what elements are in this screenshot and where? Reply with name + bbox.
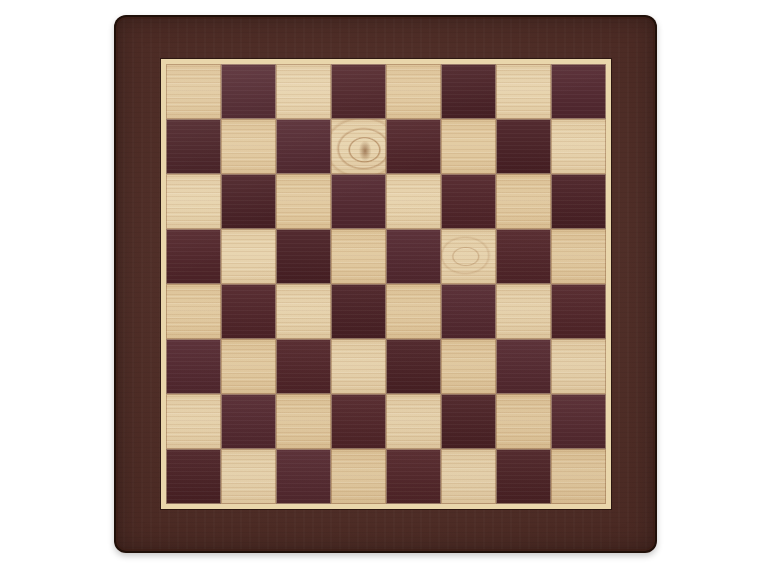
square-a4 — [166, 284, 221, 339]
square-h8 — [551, 64, 606, 119]
square-e7 — [386, 119, 441, 174]
square-e1 — [386, 449, 441, 504]
square-b8 — [221, 64, 276, 119]
square-g1 — [496, 449, 551, 504]
square-b1 — [221, 449, 276, 504]
product-photo-background — [0, 0, 772, 579]
square-b5 — [221, 229, 276, 284]
square-h3 — [551, 339, 606, 394]
square-h7 — [551, 119, 606, 174]
square-a7 — [166, 119, 221, 174]
square-c1 — [276, 449, 331, 504]
square-f6 — [441, 174, 496, 229]
square-f2 — [441, 394, 496, 449]
square-f5 — [441, 229, 496, 284]
square-d8 — [331, 64, 386, 119]
square-d2 — [331, 394, 386, 449]
square-d4 — [331, 284, 386, 339]
square-g8 — [496, 64, 551, 119]
square-a5 — [166, 229, 221, 284]
square-a3 — [166, 339, 221, 394]
square-f3 — [441, 339, 496, 394]
square-a8 — [166, 64, 221, 119]
square-b3 — [221, 339, 276, 394]
square-c3 — [276, 339, 331, 394]
square-c8 — [276, 64, 331, 119]
square-h1 — [551, 449, 606, 504]
square-e6 — [386, 174, 441, 229]
square-d1 — [331, 449, 386, 504]
square-e2 — [386, 394, 441, 449]
square-b2 — [221, 394, 276, 449]
square-g3 — [496, 339, 551, 394]
square-h4 — [551, 284, 606, 339]
square-a1 — [166, 449, 221, 504]
square-c4 — [276, 284, 331, 339]
square-f1 — [441, 449, 496, 504]
square-h5 — [551, 229, 606, 284]
square-d6 — [331, 174, 386, 229]
square-g4 — [496, 284, 551, 339]
square-c5 — [276, 229, 331, 284]
square-a2 — [166, 394, 221, 449]
square-e5 — [386, 229, 441, 284]
square-c2 — [276, 394, 331, 449]
square-e3 — [386, 339, 441, 394]
square-g2 — [496, 394, 551, 449]
square-f7 — [441, 119, 496, 174]
square-f4 — [441, 284, 496, 339]
square-d3 — [331, 339, 386, 394]
square-e4 — [386, 284, 441, 339]
square-f8 — [441, 64, 496, 119]
square-c6 — [276, 174, 331, 229]
square-a6 — [166, 174, 221, 229]
square-h6 — [551, 174, 606, 229]
square-b6 — [221, 174, 276, 229]
chess-board — [114, 15, 657, 553]
square-e8 — [386, 64, 441, 119]
square-g5 — [496, 229, 551, 284]
square-d5 — [331, 229, 386, 284]
square-b7 — [221, 119, 276, 174]
board-inlay-border — [161, 59, 611, 509]
square-g7 — [496, 119, 551, 174]
square-c7 — [276, 119, 331, 174]
square-d7 — [331, 119, 386, 174]
board-squares — [166, 64, 606, 504]
square-b4 — [221, 284, 276, 339]
square-h2 — [551, 394, 606, 449]
square-g6 — [496, 174, 551, 229]
